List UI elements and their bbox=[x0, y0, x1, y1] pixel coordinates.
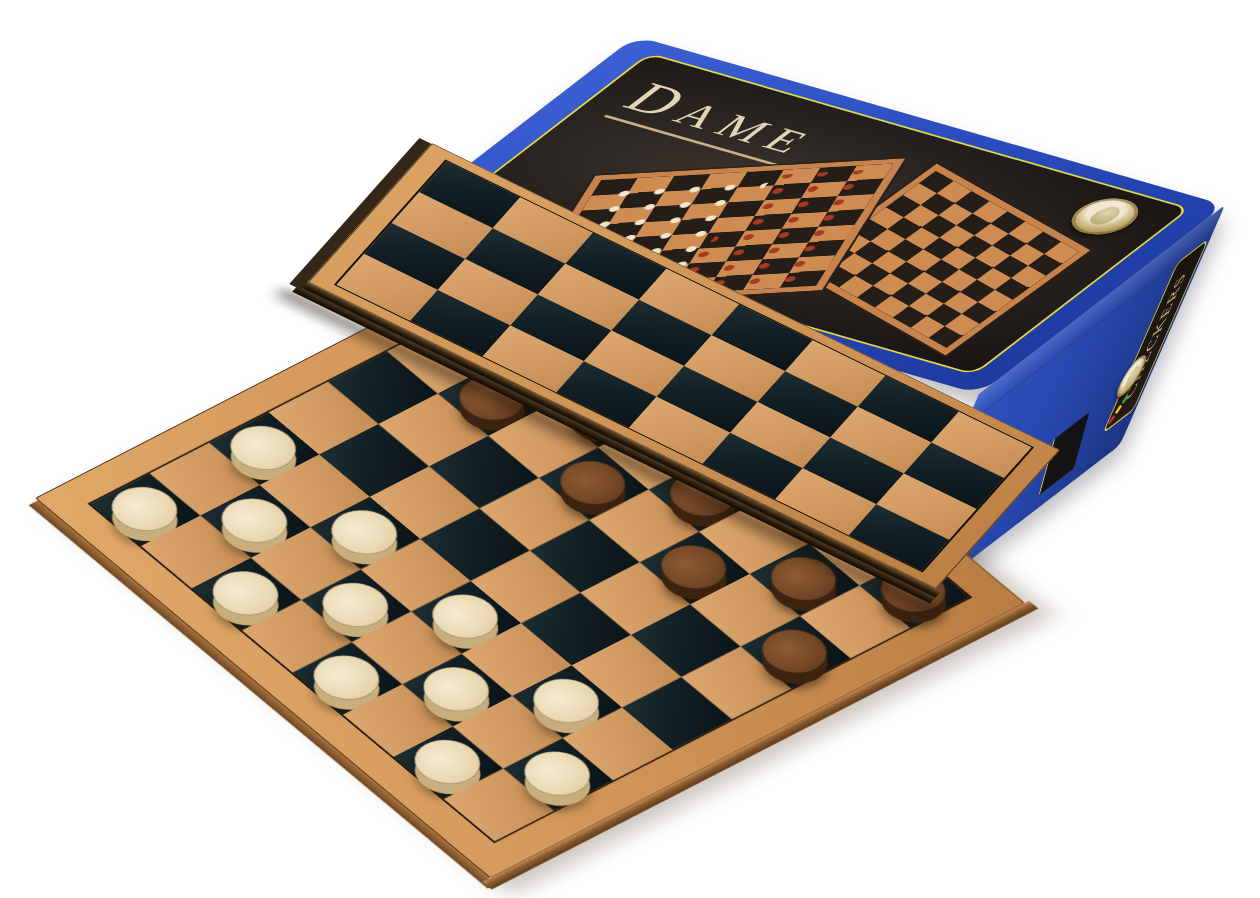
box-title: DAME bbox=[604, 75, 842, 170]
gold-medallion-icon bbox=[1058, 193, 1152, 240]
scene: CHECKERS DAME bbox=[0, 0, 1260, 898]
